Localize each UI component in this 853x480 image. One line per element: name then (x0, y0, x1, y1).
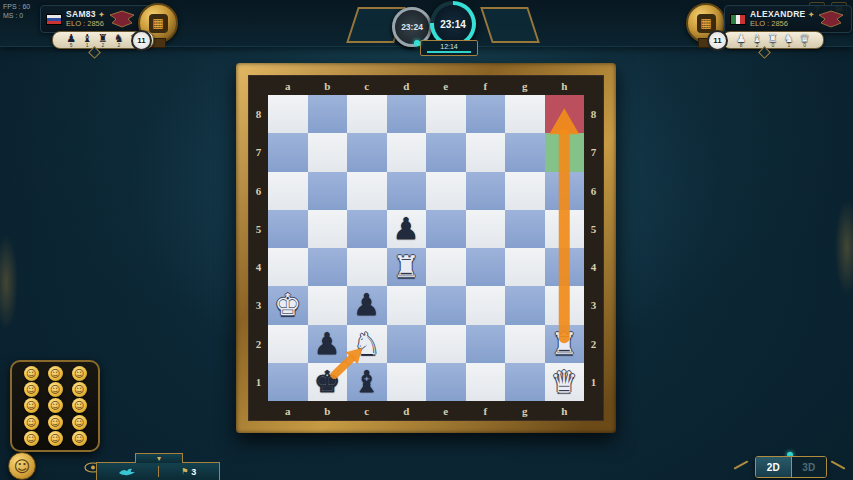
square-b5[interactable] (308, 210, 348, 248)
right-edge-ornament (835, 200, 853, 295)
medallion-icon-left: ▦ (149, 14, 168, 33)
square-d3[interactable] (387, 286, 427, 324)
flag-marker-icon: ⚑ (181, 467, 188, 476)
coord-label-e: e (426, 76, 466, 95)
square-h3[interactable] (545, 286, 585, 324)
bottom-panel: ▾ ⚑ 3 (96, 462, 220, 480)
captured-piece: ♟8 (736, 33, 746, 48)
smiley-icon: ☺ (14, 457, 31, 476)
square-e2[interactable] (426, 325, 466, 363)
game-screen: FPS : 60 MS : 0 ? ✉ SAM83 ✦ ELO : 2856 ▦… (0, 0, 853, 480)
square-e3[interactable] (426, 286, 466, 324)
coord-label-5: 5 (249, 210, 268, 248)
square-f8[interactable] (466, 95, 506, 133)
square-a4[interactable] (268, 248, 308, 286)
rank-labels-left: 87654321 (249, 95, 268, 401)
coord-label-3: 3 (249, 286, 268, 324)
piece-black-pawn-b2[interactable]: ♟ (314, 329, 341, 359)
coord-label-1: 1 (249, 363, 268, 401)
player-name-left: SAM83 (66, 9, 96, 19)
player-elo-right: ELO : 2856 (750, 20, 814, 29)
coord-label-2: 2 (249, 325, 268, 363)
emote-panel: ☺☺☺☺☺☺☺☺☺☺☺☺☺☺☺ (10, 360, 100, 452)
notification-count: 3 (191, 467, 196, 477)
piece-white-queen-h1[interactable]: ♛ (551, 367, 578, 397)
square-f2[interactable] (466, 325, 506, 363)
captured-piece: ♛0 (800, 33, 810, 48)
view-2d-button[interactable]: 2D (756, 457, 791, 477)
coord-label-1: 1 (584, 363, 603, 401)
coord-label-c: c (347, 401, 387, 420)
square-d5[interactable]: ♟ (387, 210, 427, 248)
square-h2[interactable]: ♜ (545, 325, 585, 363)
view-toggle: 2D 3D (755, 456, 827, 478)
square-h7[interactable] (545, 133, 585, 171)
square-f5[interactable] (466, 210, 506, 248)
square-h8[interactable] (545, 95, 585, 133)
fps-label: FPS : 60 (3, 2, 30, 11)
square-h6[interactable] (545, 172, 585, 210)
square-g2[interactable] (505, 325, 545, 363)
square-a6[interactable] (268, 172, 308, 210)
square-g3[interactable] (505, 286, 545, 324)
toggle-ornament-left (733, 460, 748, 469)
coord-label-f: f (466, 401, 506, 420)
player-plate-left: SAM83 ✦ ELO : 2856 (40, 5, 152, 33)
crest-icon-right (818, 10, 844, 28)
square-c7[interactable] (347, 133, 387, 171)
coord-label-d: d (387, 76, 427, 95)
square-f6[interactable] (466, 172, 506, 210)
captured-count-badge-left: 11 (131, 30, 152, 51)
piece-black-king-b1[interactable]: ♚ (314, 367, 341, 397)
square-e5[interactable] (426, 210, 466, 248)
emote-button-4[interactable]: ☺ (24, 382, 39, 397)
emote-button-7[interactable]: ☺ (24, 398, 39, 413)
square-c8[interactable] (347, 95, 387, 133)
square-g7[interactable] (505, 133, 545, 171)
emote-button-2[interactable]: ☺ (48, 366, 63, 381)
emote-button-11[interactable]: ☺ (48, 415, 63, 430)
performance-readout: FPS : 60 MS : 0 (3, 2, 30, 21)
square-b2[interactable]: ♟ (308, 325, 348, 363)
emote-button-9[interactable]: ☺ (72, 398, 87, 413)
flag-icon-left (46, 14, 62, 25)
coord-label-4: 4 (584, 248, 603, 286)
square-d6[interactable] (387, 172, 427, 210)
captured-piece: ♜0 (768, 33, 778, 48)
square-h4[interactable] (545, 248, 585, 286)
square-g6[interactable] (505, 172, 545, 210)
square-h1[interactable]: ♛ (545, 363, 585, 401)
banner-progress-bar (427, 51, 472, 53)
square-b7[interactable] (308, 133, 348, 171)
coord-label-h: h (545, 401, 585, 420)
coord-label-b: b (308, 401, 348, 420)
panel-collapse-tab[interactable]: ▾ (135, 453, 183, 463)
player-name-right: ALEXANDRE (750, 9, 806, 19)
coord-label-a: a (268, 401, 308, 420)
captured-piece: ♟5 (66, 33, 76, 48)
square-a2[interactable] (268, 325, 308, 363)
square-b1[interactable]: ♚ (308, 363, 348, 401)
emote-button-8[interactable]: ☺ (48, 398, 63, 413)
square-b3[interactable] (308, 286, 348, 324)
emote-button-12[interactable]: ☺ (72, 415, 87, 430)
square-g8[interactable] (505, 95, 545, 133)
piece-black-pawn-c3[interactable]: ♟ (353, 290, 380, 320)
rank-labels-right: 87654321 (584, 95, 603, 401)
square-f1[interactable] (466, 363, 506, 401)
coord-label-e: e (426, 401, 466, 420)
coord-label-5: 5 (584, 210, 603, 248)
board-inner-frame: abcdefgh abcdefgh 87654321 87654321 ♟♜♚♟… (248, 75, 604, 421)
coord-label-c: c (347, 76, 387, 95)
square-c1[interactable]: ♝ (347, 363, 387, 401)
chess-board: abcdefgh abcdefgh 87654321 87654321 ♟♜♚♟… (236, 63, 616, 433)
square-b6[interactable] (308, 172, 348, 210)
square-a1[interactable] (268, 363, 308, 401)
gem-icon (414, 40, 420, 46)
piece-white-rook-d4[interactable]: ♜ (393, 252, 420, 282)
banner-time: 12:14 (440, 43, 458, 50)
square-d2[interactable] (387, 325, 427, 363)
square-d7[interactable] (387, 133, 427, 171)
square-a3[interactable]: ♚ (268, 286, 308, 324)
coord-label-2: 2 (584, 325, 603, 363)
square-c6[interactable] (347, 172, 387, 210)
square-e7[interactable] (426, 133, 466, 171)
square-f3[interactable] (466, 286, 506, 324)
square-b4[interactable] (308, 248, 348, 286)
bird-icon (118, 467, 136, 477)
coord-label-d: d (387, 401, 427, 420)
coord-label-4: 4 (249, 248, 268, 286)
square-c3[interactable]: ♟ (347, 286, 387, 324)
emote-button-15[interactable]: ☺ (72, 431, 87, 446)
square-f4[interactable] (466, 248, 506, 286)
player-elo-left: ELO : 2856 (66, 20, 105, 29)
captured-piece: ♜2 (98, 33, 108, 48)
piece-black-bishop-c1[interactable]: ♝ (353, 367, 380, 397)
emote-button-13[interactable]: ☺ (24, 431, 39, 446)
star-icon-right: ✦ (808, 11, 814, 18)
square-e8[interactable] (426, 95, 466, 133)
medallion-icon-right: ▦ (697, 14, 716, 33)
square-d1[interactable] (387, 363, 427, 401)
coord-label-g: g (505, 76, 545, 95)
coord-label-h: h (545, 76, 585, 95)
view-3d-button[interactable]: 3D (791, 457, 827, 477)
star-icon-left: ✦ (99, 11, 105, 18)
square-b8[interactable] (308, 95, 348, 133)
coord-label-3: 3 (584, 286, 603, 324)
captured-count-badge-right: 11 (707, 30, 728, 51)
square-e1[interactable] (426, 363, 466, 401)
square-g1[interactable] (505, 363, 545, 401)
coord-label-a: a (268, 76, 308, 95)
coord-label-6: 6 (584, 172, 603, 210)
ms-label: MS : 0 (3, 11, 30, 20)
square-g5[interactable] (505, 210, 545, 248)
coord-label-g: g (505, 401, 545, 420)
square-c4[interactable] (347, 248, 387, 286)
captured-piece: ♞1 (784, 33, 794, 48)
left-edge-ornament (0, 235, 18, 330)
piece-white-rook-h2[interactable]: ♜ (551, 329, 578, 359)
captured-piece: ♝1 (82, 33, 92, 48)
square-c5[interactable] (347, 210, 387, 248)
square-c2[interactable]: ♞ (347, 325, 387, 363)
clock-right: 23:14 (434, 5, 472, 43)
square-h5[interactable] (545, 210, 585, 248)
coord-label-8: 8 (249, 95, 268, 133)
coord-label-7: 7 (249, 133, 268, 171)
coord-label-f: f (466, 76, 506, 95)
captured-piece: ♞2 (114, 33, 124, 48)
toggle-ornament-right (830, 460, 845, 469)
square-a8[interactable] (268, 95, 308, 133)
crest-icon-left (109, 10, 135, 28)
piece-white-king-a3[interactable]: ♚ (274, 290, 301, 320)
flag-icon-right (730, 14, 746, 25)
coord-label-8: 8 (584, 95, 603, 133)
coord-label-7: 7 (584, 133, 603, 171)
emote-button-5[interactable]: ☺ (48, 382, 63, 397)
square-d4[interactable]: ♜ (387, 248, 427, 286)
player-plate-right: ALEXANDRE ✦ ELO : 2856 (724, 5, 852, 33)
notifications-button[interactable]: ⚑ 3 (159, 463, 220, 480)
square-f7[interactable] (466, 133, 506, 171)
emote-button-3[interactable]: ☺ (72, 366, 87, 381)
coord-label-6: 6 (249, 172, 268, 210)
square-a7[interactable] (268, 133, 308, 171)
chevron-down-icon: ▾ (157, 455, 161, 463)
captured-piece: ♝2 (752, 33, 762, 48)
emote-button-14[interactable]: ☺ (48, 431, 63, 446)
file-labels-bottom: abcdefgh (268, 401, 584, 420)
emote-toggle-button[interactable]: ☺ (8, 452, 36, 480)
captured-pieces-tray-right: ♟8♝2♜0♞1♛0 (722, 31, 824, 49)
coord-label-b: b (308, 76, 348, 95)
square-e6[interactable] (426, 172, 466, 210)
piece-white-knight-c2[interactable]: ♞ (353, 329, 380, 359)
square-g4[interactable] (505, 248, 545, 286)
square-a5[interactable] (268, 210, 308, 248)
board-squares: ♟♜♚♟♟♞♜♚♝♛ (268, 95, 584, 401)
messages-button[interactable] (97, 463, 158, 480)
piece-black-pawn-d5[interactable]: ♟ (393, 214, 420, 244)
square-e4[interactable] (426, 248, 466, 286)
emote-button-10[interactable]: ☺ (24, 415, 39, 430)
turn-banner: 12:14 (420, 40, 478, 56)
square-d8[interactable] (387, 95, 427, 133)
emote-button-1[interactable]: ☺ (24, 366, 39, 381)
file-labels-top: abcdefgh (268, 76, 584, 95)
emote-button-6[interactable]: ☺ (72, 382, 87, 397)
